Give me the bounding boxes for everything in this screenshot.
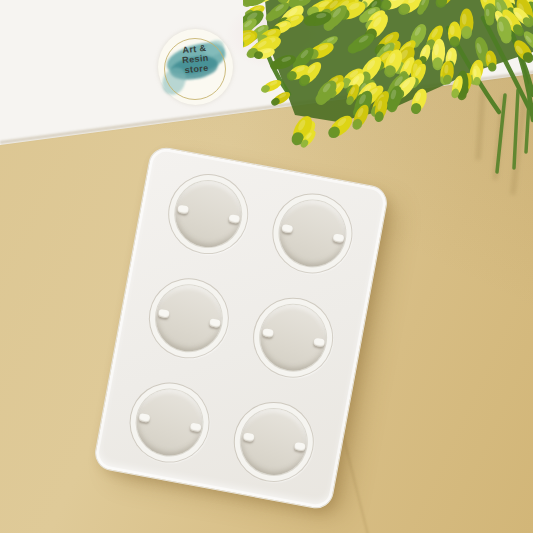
flower-stem bbox=[497, 95, 505, 172]
mold-cavity bbox=[124, 377, 215, 468]
flower-stem bbox=[526, 85, 530, 152]
mold-cavity bbox=[267, 188, 358, 279]
brand-sticker: Art & Resin store bbox=[158, 29, 233, 105]
flower-bud bbox=[460, 8, 474, 38]
flower-bunch bbox=[243, 0, 533, 195]
mold-cavity bbox=[248, 292, 339, 383]
mold-cavity bbox=[143, 273, 234, 364]
mold-cavity bbox=[163, 169, 254, 260]
flower-stem bbox=[514, 90, 518, 168]
mold-cavity bbox=[228, 396, 319, 487]
flower-bud bbox=[448, 21, 461, 47]
photo-stage: Art & Resin store bbox=[0, 0, 533, 533]
